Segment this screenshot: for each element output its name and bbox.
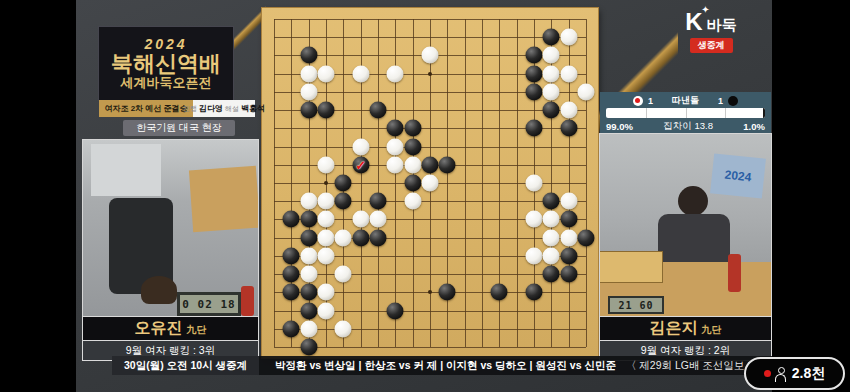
stone-white [318,247,335,264]
stone-black [543,266,560,283]
live-dot-icon [764,370,771,377]
stone-bowl-shape [141,276,177,304]
white-stone-icon [633,96,643,106]
stone-black [300,229,317,246]
backdrop-banner-shape: 2024 [710,153,766,198]
stone-black [352,229,369,246]
viewer-count-badge: 2.8천 [744,357,845,390]
broadcast-screenshot: ✓ 2024 북해신역배 세계바둑오픈전 여자조 2차 예선 준결승 진행 김다… [0,0,850,392]
black-share-segment [763,108,765,118]
stone-white [526,247,543,264]
thermos-shape [728,254,741,292]
go-board: ✓ [262,8,598,358]
stone-black [526,83,543,100]
stone-white [543,247,560,264]
stone-black [318,102,335,119]
star-icon: ✦ [701,4,709,15]
stone-white [387,156,404,173]
stone-black [491,284,508,301]
stone-black [370,229,387,246]
stone-white [387,65,404,82]
channel-logo-k: K [685,10,702,34]
left-player-rank: 九단 [187,323,207,337]
stone-black [370,193,387,210]
stone-black [300,339,317,356]
stone-black [578,229,595,246]
stone-black [283,211,300,228]
stone-white [300,247,317,264]
stone-black [560,120,577,137]
stone-black [404,120,421,137]
live-badge: 생중계 [690,38,733,53]
grid-line [482,19,483,347]
stone-white [543,229,560,246]
stone-black [439,284,456,301]
stone-white [300,65,317,82]
stone-white [318,229,335,246]
round-strip: 여자조 2차 예선 준결승 진행 김다영 해설 백홍석 [99,100,255,117]
grid-line [274,329,586,330]
star-point [428,290,432,294]
star-point [428,72,432,76]
tournament-banner: 2024 북해신역배 세계바둑오픈전 [99,27,233,100]
stone-black [335,175,352,192]
stone-white [526,211,543,228]
left-clock-digits: 0 02 18 [180,295,239,314]
stone-black [387,120,404,137]
stone-white [560,193,577,210]
ticker-schedule: 30일(월) 오전 10시 생중계 [112,356,259,375]
event-title: 북해신역배 [111,52,221,75]
stone-white [318,193,335,210]
stone-white [526,175,543,192]
stone-white [300,266,317,283]
stone-white [335,266,352,283]
stone-black: ✓ [352,156,369,173]
stone-black [404,138,421,155]
stone-white [387,138,404,155]
channel-logo-text: 바둑 [707,16,737,35]
window-shape [91,144,161,196]
white-percent: 99.0% [606,121,633,132]
stone-black [387,302,404,319]
stone-white [352,138,369,155]
stone-white [560,65,577,82]
stone-black [335,193,352,210]
stone-white [335,229,352,246]
captures-label: 따낸돌 [672,94,699,107]
checkmark-icon: ✓ [355,158,366,171]
grid-line [465,19,466,347]
stone-white [352,211,369,228]
player-head-shape [678,186,708,216]
stone-black [543,29,560,46]
grid-line [274,347,586,348]
stone-black [526,120,543,137]
event-year: 2024 [144,36,187,52]
stone-white [404,193,421,210]
stone-black [300,302,317,319]
territory-diff: 집차이 13.8 [663,120,713,133]
stone-black [300,284,317,301]
stone-black [543,193,560,210]
stone-black [283,266,300,283]
stone-white [560,29,577,46]
left-game-clock: 0 02 18 [177,292,241,316]
stone-white [578,83,595,100]
grid-line [586,19,587,347]
crew-label: 진행 김다영 해설 백홍석 [193,100,255,117]
stone-white [422,47,439,64]
stone-black [300,47,317,64]
right-game-clock: 21 60 [608,296,664,314]
stone-black [560,247,577,264]
table-board-shape [600,252,662,282]
winrate-panel: 1 따낸돌 1 99.0% 집차이 13.8 1.0% [600,92,771,134]
right-player-video: 2024 21 60 [600,134,771,317]
white-captures: 1 [648,96,653,106]
grid-line [517,19,518,347]
ticker-matches: 박정환 vs 변상일 | 한상조 vs 커 제 | 이지현 vs 딩하오 | 원… [275,359,616,373]
ticker-divider [264,358,270,373]
stone-black [370,102,387,119]
stone-white [543,47,560,64]
stone-white [300,320,317,337]
stone-white [404,156,421,173]
black-percent: 1.0% [743,121,765,132]
stone-white [543,83,560,100]
stone-white [318,65,335,82]
left-player-name: 오유진 [135,320,183,336]
left-nameplate: 오유진 九단 [83,317,258,341]
round-label: 여자조 2차 예선 준결승 [99,100,193,117]
stone-white [318,302,335,319]
stone-black [283,284,300,301]
event-subtitle: 세계바둑오픈전 [121,76,212,91]
right-nameplate: 김은지 九단 [600,317,771,341]
winrate-bar [606,108,765,118]
stone-black [300,102,317,119]
stone-black [283,247,300,264]
schedule-ticker: 30일(월) 오전 10시 생중계 박정환 vs 변상일 | 한상조 vs 커 … [112,356,772,375]
video-frame: ✓ 2024 북해신역배 세계바둑오픈전 여자조 2차 예선 준결승 진행 김다… [76,0,772,392]
right-clock-digits: 21 60 [610,298,662,312]
star-point [324,181,328,185]
stone-black [300,211,317,228]
stone-black [439,156,456,173]
stone-white [560,102,577,119]
stone-white [370,211,387,228]
right-player-name: 김은지 [650,320,698,336]
stone-white [335,320,352,337]
viewer-count: 2.8천 [792,365,825,383]
channel-logo: K ✦ 바둑 생중계 [670,10,752,58]
left-player-video: 0 02 18 [83,140,258,317]
stone-white [318,211,335,228]
grid-line [274,274,586,275]
thermos-shape [241,286,254,316]
stone-white [560,229,577,246]
stone-white [300,193,317,210]
stone-white [318,156,335,173]
stone-white [318,284,335,301]
right-player-rank: 九단 [702,323,722,337]
stone-white [352,65,369,82]
stone-black [543,102,560,119]
go-table-shape [189,166,258,233]
stone-white [422,175,439,192]
stone-white [300,83,317,100]
black-captures: 1 [718,96,723,106]
venue-badge: 한국기원 대국 현장 [123,120,235,136]
person-icon [775,367,788,380]
stone-black [526,47,543,64]
stone-white [543,211,560,228]
stone-white [543,65,560,82]
stone-black [560,266,577,283]
stone-black [422,156,439,173]
stone-black [560,211,577,228]
stone-black [526,65,543,82]
stone-black [404,175,421,192]
black-stone-icon [728,96,738,106]
stone-black [526,284,543,301]
stone-black [283,320,300,337]
